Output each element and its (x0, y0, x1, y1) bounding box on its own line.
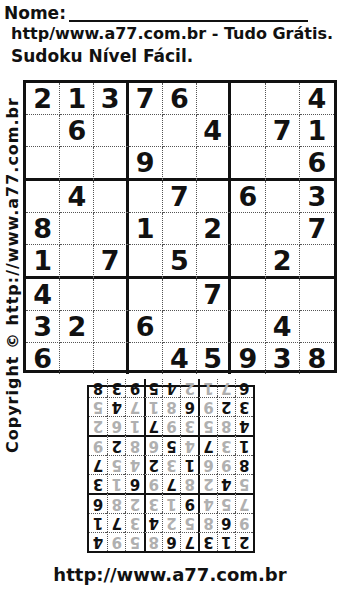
puzzle-cell: 6 (26, 343, 60, 374)
solution-cell: 6 (198, 455, 216, 474)
solution-cell: 4 (107, 397, 125, 416)
puzzle-cell: 8 (26, 213, 60, 245)
solution-cell: 5 (217, 493, 235, 513)
puzzle-cell: 6 (60, 115, 94, 147)
solution-cell: 4 (198, 493, 216, 513)
puzzle-cell: 1 (26, 245, 60, 279)
copyright-vertical-text: Copyright © http://www.a77.com.br (3, 97, 22, 453)
puzzle-cell: 3 (300, 181, 334, 213)
solution-cell: 3 (198, 532, 216, 551)
solution-cell: 9 (107, 532, 125, 551)
solution-cell: 1 (162, 493, 180, 513)
solution-cell: 3 (89, 474, 107, 493)
solution-cell: 6 (144, 435, 162, 455)
puzzle-cell: 7 (197, 279, 231, 311)
puzzle-cell (94, 181, 128, 213)
solution-cell: 8 (107, 493, 125, 513)
puzzle-cell: 9 (129, 147, 163, 181)
solution-cell: 7 (162, 474, 180, 493)
puzzle-cell (163, 147, 197, 181)
solution-cell: 6 (107, 416, 125, 435)
puzzle-level-heading: Sudoku Nível Fácil. (11, 46, 193, 66)
puzzle-cell (163, 115, 197, 147)
puzzle-cell (94, 115, 128, 147)
puzzle-cell (129, 181, 163, 213)
solution-cell: 4 (125, 455, 143, 474)
solution-cell: 9 (180, 493, 198, 513)
solution-cell: 5 (107, 455, 125, 474)
puzzle-cell (163, 279, 197, 311)
solution-cell: 1 (107, 474, 125, 493)
puzzle-cell (231, 147, 265, 181)
solution-cell: 5 (125, 532, 143, 551)
solution-cell: 8 (144, 532, 162, 551)
puzzle-cell: 7 (163, 181, 197, 213)
puzzle-cell (266, 213, 300, 245)
solution-cell: 3 (217, 435, 235, 455)
solution-cell: 4 (89, 532, 107, 551)
solution-cell: 3 (107, 379, 125, 397)
puzzle-cell: 6 (129, 311, 163, 343)
solution-cell: 8 (217, 416, 235, 435)
solution-cell: 1 (125, 416, 143, 435)
puzzle-cell (94, 311, 128, 343)
solution-cell: 5 (89, 397, 107, 416)
solution-cell: 6 (235, 379, 253, 397)
solution-cell: 7 (107, 513, 125, 532)
puzzle-cell: 1 (60, 83, 94, 115)
solution-cell: 2 (198, 474, 216, 493)
puzzle-cell (300, 279, 334, 311)
puzzle-cell (231, 311, 265, 343)
solution-cell: 3 (125, 513, 143, 532)
puzzle-cell (26, 147, 60, 181)
puzzle-cell (60, 213, 94, 245)
solution-cell: 2 (144, 455, 162, 474)
solution-cell: 9 (198, 397, 216, 416)
solution-cell: 8 (125, 435, 143, 455)
name-label: Nome: (4, 4, 66, 22)
puzzle-cell: 7 (266, 115, 300, 147)
puzzle-cell (26, 115, 60, 147)
solution-grid: 2137685949685243717549132865428796138961… (87, 385, 255, 553)
puzzle-cell (197, 83, 231, 115)
puzzle-cell (163, 213, 197, 245)
solution-cell: 2 (180, 379, 198, 397)
solution-cell: 6 (162, 532, 180, 551)
sudoku-grid: 213764647196476381271752473264645938 (23, 80, 337, 373)
puzzle-cell: 8 (300, 343, 334, 374)
puzzle-cell (300, 311, 334, 343)
solution-cell: 8 (162, 397, 180, 416)
puzzle-cell (94, 279, 128, 311)
site-url-heading: http/www.a77.com.br - Tudo Grátis. (11, 24, 333, 43)
puzzle-cell (197, 311, 231, 343)
solution-cell: 6 (180, 397, 198, 416)
solution-cell: 3 (144, 493, 162, 513)
solution-cell: 2 (125, 493, 143, 513)
solution-cell: 8 (180, 474, 198, 493)
solution-cell: 1 (180, 455, 198, 474)
puzzle-cell: 5 (163, 245, 197, 279)
solution-cell: 4 (217, 474, 235, 493)
solution-cell: 6 (89, 493, 107, 513)
puzzle-cell (129, 279, 163, 311)
solution-cell: 5 (180, 513, 198, 532)
puzzle-cell (266, 279, 300, 311)
puzzle-cell: 4 (60, 181, 94, 213)
solution-cell: 4 (144, 513, 162, 532)
puzzle-cell (129, 343, 163, 374)
solution-cell: 7 (217, 379, 235, 397)
solution-cell: 1 (89, 513, 107, 532)
puzzle-cell (94, 147, 128, 181)
solution-cell: 1 (235, 435, 253, 455)
puzzle-cell: 4 (163, 343, 197, 374)
puzzle-cell: 3 (94, 83, 128, 115)
solution-cell: 2 (162, 513, 180, 532)
puzzle-cell: 6 (300, 147, 334, 181)
puzzle-cell (266, 181, 300, 213)
puzzle-cell (266, 147, 300, 181)
solution-cell: 9 (217, 455, 235, 474)
solution-cell: 5 (235, 474, 253, 493)
solution-cell: 1 (198, 379, 216, 397)
puzzle-cell: 5 (197, 343, 231, 374)
solution-cell: 3 (162, 455, 180, 474)
puzzle-cell: 4 (197, 115, 231, 147)
solution-cell: 2 (89, 416, 107, 435)
solution-cell: 5 (198, 416, 216, 435)
solution-cell: 7 (235, 493, 253, 513)
puzzle-cell (231, 115, 265, 147)
puzzle-cell: 6 (163, 83, 197, 115)
puzzle-cell: 7 (129, 83, 163, 115)
solution-cell: 2 (107, 435, 125, 455)
solution-cell: 2 (217, 397, 235, 416)
solution-cell: 5 (144, 379, 162, 397)
puzzle-cell: 4 (266, 311, 300, 343)
solution-cell: 7 (180, 532, 198, 551)
puzzle-cell: 2 (26, 83, 60, 115)
puzzle-cell (231, 213, 265, 245)
solution-cell: 6 (217, 513, 235, 532)
solution-cell: 1 (217, 532, 235, 551)
solution-cell: 9 (235, 513, 253, 532)
puzzle-cell: 1 (129, 213, 163, 245)
puzzle-cell (60, 279, 94, 311)
puzzle-cell (129, 115, 163, 147)
solution-cell: 4 (180, 435, 198, 455)
puzzle-cell (129, 245, 163, 279)
puzzle-cell: 9 (231, 343, 265, 374)
solution-cell: 3 (180, 416, 198, 435)
solution-cell: 7 (89, 455, 107, 474)
puzzle-cell (300, 245, 334, 279)
solution-cell: 9 (162, 416, 180, 435)
puzzle-cell: 2 (60, 311, 94, 343)
solution-cell: 2 (235, 532, 253, 551)
footer-url: http://www.a77.com.br (0, 564, 340, 585)
puzzle-cell (26, 181, 60, 213)
puzzle-cell: 1 (300, 115, 334, 147)
solution-cell: 7 (144, 416, 162, 435)
puzzle-cell (231, 279, 265, 311)
solution-cell: 9 (125, 379, 143, 397)
name-blank-line (69, 3, 308, 22)
solution-cell: 6 (125, 474, 143, 493)
solution-cell: 9 (144, 474, 162, 493)
puzzle-cell (60, 343, 94, 374)
solution-cell: 1 (144, 397, 162, 416)
puzzle-cell: 7 (94, 245, 128, 279)
puzzle-cell: 7 (300, 213, 334, 245)
solution-cell: 8 (198, 513, 216, 532)
solution-cell: 7 (198, 435, 216, 455)
puzzle-cell: 3 (266, 343, 300, 374)
puzzle-cell (231, 245, 265, 279)
puzzle-cell (60, 147, 94, 181)
puzzle-cell: 2 (266, 245, 300, 279)
puzzle-cell (163, 311, 197, 343)
solution-cell: 9 (89, 435, 107, 455)
puzzle-cell (60, 245, 94, 279)
puzzle-cell (231, 83, 265, 115)
puzzle-cell (94, 343, 128, 374)
solution-cell: 8 (235, 455, 253, 474)
printable-sudoku-page: Nome: http/www.a77.com.br - Tudo Grátis.… (0, 0, 340, 596)
solution-cell: 8 (89, 379, 107, 397)
puzzle-cell: 6 (231, 181, 265, 213)
puzzle-cell: 4 (300, 83, 334, 115)
puzzle-cell (197, 181, 231, 213)
puzzle-cell (266, 83, 300, 115)
solution-cell: 5 (162, 435, 180, 455)
puzzle-cell (197, 245, 231, 279)
puzzle-cell (94, 213, 128, 245)
puzzle-cell: 2 (197, 213, 231, 245)
solution-cell: 4 (235, 416, 253, 435)
solution-cell: 3 (235, 397, 253, 416)
puzzle-cell: 4 (26, 279, 60, 311)
puzzle-cell (197, 147, 231, 181)
solution-cell: 7 (125, 397, 143, 416)
solution-cell: 4 (162, 379, 180, 397)
puzzle-cell: 3 (26, 311, 60, 343)
name-field-row: Nome: (4, 3, 308, 22)
